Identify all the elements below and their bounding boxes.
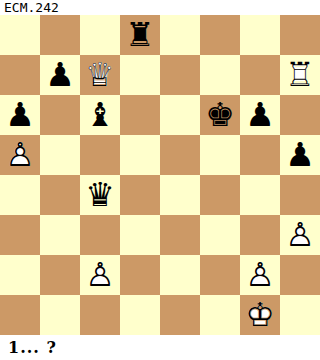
square-d2[interactable] [120,255,160,295]
square-h3[interactable]: ♟♙ [280,215,320,255]
square-f5[interactable] [200,135,240,175]
square-a7[interactable] [0,55,40,95]
square-g1[interactable]: ♚♔ [240,295,280,335]
square-a2[interactable] [0,255,40,295]
square-f8[interactable] [200,15,240,55]
white-pawn-glyph: ♙ [0,135,40,175]
piece-black-bishop: ♝ [80,95,120,135]
square-h7[interactable]: ♜♖ [280,55,320,95]
piece-black-pawn: ♟ [280,135,320,175]
square-b4[interactable] [40,175,80,215]
square-b7[interactable]: ♟ [40,55,80,95]
square-e8[interactable] [160,15,200,55]
square-a5[interactable]: ♟♙ [0,135,40,175]
square-c2[interactable]: ♟♙ [80,255,120,295]
chess-diagram-window: ECM.242 ♜♟♛♕♜♖♟♝♚♟♟♙♟♛♟♙♟♙♟♙♚♔ 1... ? [0,0,320,360]
square-h8[interactable] [280,15,320,55]
piece-black-rook: ♜ [120,15,160,55]
chess-board: ♜♟♛♕♜♖♟♝♚♟♟♙♟♛♟♙♟♙♟♙♚♔ [0,15,320,335]
piece-white-pawn: ♟♙ [80,255,120,295]
square-e7[interactable] [160,55,200,95]
square-c1[interactable] [80,295,120,335]
square-e6[interactable] [160,95,200,135]
square-f7[interactable] [200,55,240,95]
square-b2[interactable] [40,255,80,295]
white-pawn-glyph: ♙ [80,255,120,295]
square-f4[interactable] [200,175,240,215]
square-f1[interactable] [200,295,240,335]
square-e5[interactable] [160,135,200,175]
square-b1[interactable] [40,295,80,335]
piece-white-king: ♚♔ [240,295,280,335]
square-h2[interactable] [280,255,320,295]
diagram-header: ECM.242 [0,0,320,15]
piece-white-pawn: ♟♙ [240,255,280,295]
square-g8[interactable] [240,15,280,55]
piece-black-queen: ♛ [80,175,120,215]
square-b8[interactable] [40,15,80,55]
white-pawn-glyph: ♙ [280,215,320,255]
square-g7[interactable] [240,55,280,95]
piece-white-queen: ♛♕ [80,55,120,95]
white-rook-glyph: ♖ [280,55,320,95]
square-d7[interactable] [120,55,160,95]
white-queen-glyph: ♕ [80,55,120,95]
square-g3[interactable] [240,215,280,255]
square-a8[interactable] [0,15,40,55]
square-a1[interactable] [0,295,40,335]
square-b3[interactable] [40,215,80,255]
square-e3[interactable] [160,215,200,255]
square-d8[interactable]: ♜ [120,15,160,55]
diagram-footer: 1... ? [0,335,320,360]
square-e1[interactable] [160,295,200,335]
piece-black-pawn: ♟ [0,95,40,135]
square-c5[interactable] [80,135,120,175]
piece-black-pawn: ♟ [240,95,280,135]
piece-black-king: ♚ [200,95,240,135]
square-c8[interactable] [80,15,120,55]
square-h5[interactable]: ♟ [280,135,320,175]
piece-black-pawn: ♟ [40,55,80,95]
piece-white-rook: ♜♖ [280,55,320,95]
square-g6[interactable]: ♟ [240,95,280,135]
square-c6[interactable]: ♝ [80,95,120,135]
square-d1[interactable] [120,295,160,335]
move-prompt: 1... ? [8,338,57,357]
square-h4[interactable] [280,175,320,215]
square-h6[interactable] [280,95,320,135]
square-g2[interactable]: ♟♙ [240,255,280,295]
square-d4[interactable] [120,175,160,215]
square-c4[interactable]: ♛ [80,175,120,215]
piece-white-pawn: ♟♙ [280,215,320,255]
square-f6[interactable]: ♚ [200,95,240,135]
square-f2[interactable] [200,255,240,295]
square-b6[interactable] [40,95,80,135]
square-g5[interactable] [240,135,280,175]
square-g4[interactable] [240,175,280,215]
square-f3[interactable] [200,215,240,255]
square-a6[interactable]: ♟ [0,95,40,135]
puzzle-title: ECM.242 [4,0,59,15]
square-h1[interactable] [280,295,320,335]
square-e4[interactable] [160,175,200,215]
square-d3[interactable] [120,215,160,255]
square-d5[interactable] [120,135,160,175]
square-a4[interactable] [0,175,40,215]
square-d6[interactable] [120,95,160,135]
square-b5[interactable] [40,135,80,175]
square-c3[interactable] [80,215,120,255]
square-e2[interactable] [160,255,200,295]
square-c7[interactable]: ♛♕ [80,55,120,95]
square-a3[interactable] [0,215,40,255]
white-king-glyph: ♔ [240,295,280,335]
white-pawn-glyph: ♙ [240,255,280,295]
piece-white-pawn: ♟♙ [0,135,40,175]
